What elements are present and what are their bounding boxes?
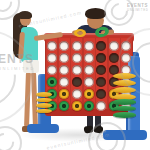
cell-r1c3 [71, 40, 83, 52]
cell-r2c3 [71, 52, 83, 64]
cell-r2c1 [46, 52, 58, 64]
yellow-disc [59, 89, 69, 99]
cell-r3c1 [46, 64, 58, 76]
boy-shoe [94, 125, 104, 133]
empty-hole [109, 53, 119, 63]
empty-hole [96, 101, 106, 111]
empty-hole [84, 65, 94, 75]
cell-r1c6 [107, 40, 119, 52]
empty-hole [72, 41, 82, 51]
empty-hole [59, 65, 69, 75]
green-disc [59, 101, 69, 111]
cell-r3c2 [58, 64, 70, 76]
cell-r2c4 [83, 52, 95, 64]
empty-hole [96, 77, 106, 87]
cell-r1c7 [120, 40, 132, 52]
yellow-rack-ring [36, 98, 52, 103]
empty-hole [72, 77, 82, 87]
empty-hole [47, 65, 57, 75]
cell-r1c5 [95, 40, 107, 52]
empty-hole [84, 77, 94, 87]
green-disc [47, 77, 57, 87]
cell-r4c4 [83, 76, 95, 88]
product-photo: EVENTS UNLIMITED ENTS UNLIMITED eventsun… [0, 0, 150, 150]
cell-r6c2 [58, 100, 70, 112]
cell-r5c5 [95, 88, 107, 100]
girl-leg [24, 72, 31, 127]
empty-hole [96, 41, 106, 51]
empty-hole [96, 89, 106, 99]
cell-r3c5 [95, 64, 107, 76]
empty-hole [59, 77, 69, 87]
cell-r1c1 [46, 40, 58, 52]
boy-hair [85, 8, 106, 19]
green-rack-ring [113, 112, 136, 118]
board-left-foot [27, 124, 59, 133]
left-rack-yellow [36, 92, 52, 114]
watermark-brand-line2: UNLIMITED [127, 9, 149, 12]
yellow-disc [72, 101, 82, 111]
cell-r6c3 [71, 100, 83, 112]
yellow-disc [84, 89, 94, 99]
yellow-rack-ring [36, 109, 52, 114]
empty-hole [72, 53, 82, 63]
empty-hole [84, 53, 94, 63]
girl-hair-top [18, 11, 32, 19]
empty-hole [59, 41, 69, 51]
cell-r4c2 [58, 76, 70, 88]
cell-r6c5 [95, 100, 107, 112]
empty-hole [84, 41, 94, 51]
cell-r5c2 [58, 88, 70, 100]
yellow-rack-ring [36, 92, 52, 97]
yellow-rack-ring [113, 87, 136, 93]
yellow-rack-ring [36, 103, 52, 108]
empty-hole [72, 65, 82, 75]
green-rack-ring [113, 99, 136, 105]
right-rack-yellow [113, 73, 136, 101]
empty-hole [109, 41, 119, 51]
cell-r3c3 [71, 64, 83, 76]
cell-r5c4 [83, 88, 95, 100]
empty-hole [72, 89, 82, 99]
empty-hole [47, 53, 57, 63]
board-right-foot [103, 130, 147, 140]
cell-r1c2 [58, 40, 70, 52]
cell-r6c4 [83, 100, 95, 112]
empty-hole [96, 65, 106, 75]
cell-r4c1 [46, 76, 58, 88]
empty-hole [59, 53, 69, 63]
watermark-swirl-icon [104, 0, 134, 26]
watermark-brand-line1: EVENTS [127, 4, 149, 9]
yellow-rack-ring [113, 73, 136, 79]
cell-r4c3 [71, 76, 83, 88]
cell-r2c2 [58, 52, 70, 64]
cell-r2c7 [120, 52, 132, 64]
empty-hole [96, 53, 106, 63]
girl-shorts [23, 60, 39, 73]
loose-yellow-ring [74, 29, 86, 37]
yellow-rack-ring [113, 80, 136, 86]
green-disc [84, 101, 94, 111]
cell-r5c3 [71, 88, 83, 100]
cell-r1c4 [83, 40, 95, 52]
cell-r2c6 [107, 52, 119, 64]
cell-r2c5 [95, 52, 107, 64]
cell-r3c4 [83, 64, 95, 76]
watermark-swirl-icon [0, 126, 22, 150]
empty-hole [47, 41, 57, 51]
watermark-brand-text: EVENTS UNLIMITED [127, 4, 149, 12]
boy-shoe [84, 125, 94, 133]
empty-hole [121, 53, 131, 63]
empty-hole [121, 41, 131, 51]
green-rack-ring [113, 106, 136, 112]
right-rack-green [113, 99, 136, 119]
cell-r4c5 [95, 76, 107, 88]
